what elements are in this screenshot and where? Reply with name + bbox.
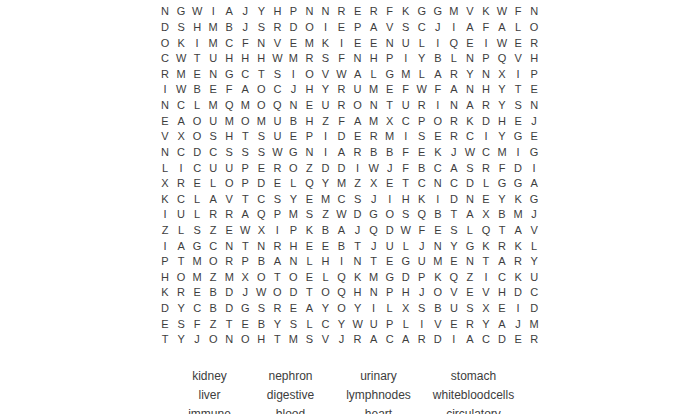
grid-cell[interactable]: E	[189, 66, 205, 82]
grid-cell[interactable]: M	[382, 128, 398, 144]
grid-cell[interactable]: I	[157, 82, 173, 98]
grid-cell[interactable]: G	[285, 144, 301, 160]
grid-cell[interactable]: K	[510, 238, 526, 254]
grid-cell[interactable]: T	[269, 331, 285, 347]
grid-cell[interactable]: N	[462, 253, 478, 269]
grid-cell[interactable]: P	[237, 253, 253, 269]
grid-cell[interactable]: I	[189, 35, 205, 51]
grid-cell[interactable]: Y	[446, 238, 462, 254]
grid-cell[interactable]: S	[414, 128, 430, 144]
grid-cell[interactable]: J	[526, 113, 542, 129]
grid-cell[interactable]: L	[173, 222, 189, 238]
grid-cell[interactable]: O	[301, 66, 317, 82]
grid-cell[interactable]: L	[398, 316, 414, 332]
grid-cell[interactable]: R	[173, 285, 189, 301]
grid-cell[interactable]: N	[221, 331, 237, 347]
grid-cell[interactable]: S	[285, 316, 301, 332]
grid-cell[interactable]: R	[334, 97, 350, 113]
grid-cell[interactable]: T	[237, 191, 253, 207]
grid-cell[interactable]: E	[414, 144, 430, 160]
grid-cell[interactable]: S	[189, 222, 205, 238]
grid-cell[interactable]: Y	[173, 331, 189, 347]
grid-cell[interactable]: M	[446, 4, 462, 20]
grid-cell[interactable]: V	[221, 191, 237, 207]
grid-cell[interactable]: O	[430, 113, 446, 129]
grid-cell[interactable]: F	[510, 4, 526, 20]
grid-cell[interactable]: H	[221, 128, 237, 144]
grid-cell[interactable]: O	[221, 175, 237, 191]
grid-cell[interactable]: Y	[526, 253, 542, 269]
grid-cell[interactable]: O	[253, 269, 269, 285]
grid-cell[interactable]: S	[301, 207, 317, 223]
grid-cell[interactable]: B	[430, 50, 446, 66]
grid-cell[interactable]: X	[478, 207, 494, 223]
grid-cell[interactable]: A	[350, 113, 366, 129]
grid-cell[interactable]: D	[446, 191, 462, 207]
grid-cell[interactable]: R	[366, 4, 382, 20]
grid-cell[interactable]: X	[398, 300, 414, 316]
grid-cell[interactable]: G	[510, 175, 526, 191]
grid-cell[interactable]: P	[382, 50, 398, 66]
grid-cell[interactable]: V	[157, 128, 173, 144]
grid-cell[interactable]: O	[237, 331, 253, 347]
grid-cell[interactable]: O	[253, 97, 269, 113]
grid-cell[interactable]: K	[430, 269, 446, 285]
grid-cell[interactable]: E	[382, 175, 398, 191]
grid-cell[interactable]: R	[478, 160, 494, 176]
grid-cell[interactable]: V	[382, 19, 398, 35]
grid-cell[interactable]: A	[446, 160, 462, 176]
grid-cell[interactable]: W	[494, 4, 510, 20]
grid-cell[interactable]: H	[253, 331, 269, 347]
grid-cell[interactable]: I	[285, 66, 301, 82]
grid-cell[interactable]: D	[221, 300, 237, 316]
grid-cell[interactable]: U	[221, 160, 237, 176]
grid-cell[interactable]: A	[462, 207, 478, 223]
grid-cell[interactable]: B	[430, 207, 446, 223]
grid-cell[interactable]: E	[382, 82, 398, 98]
grid-cell[interactable]: K	[414, 191, 430, 207]
grid-cell[interactable]: I	[510, 300, 526, 316]
grid-cell[interactable]: N	[526, 4, 542, 20]
grid-cell[interactable]: H	[398, 285, 414, 301]
grid-cell[interactable]: R	[478, 97, 494, 113]
grid-cell[interactable]: T	[478, 253, 494, 269]
grid-cell[interactable]: I	[510, 144, 526, 160]
grid-cell[interactable]: Y	[462, 66, 478, 82]
grid-cell[interactable]: U	[526, 269, 542, 285]
grid-cell[interactable]: H	[350, 285, 366, 301]
grid-cell[interactable]: I	[398, 128, 414, 144]
grid-cell[interactable]: C	[205, 238, 221, 254]
grid-cell[interactable]: I	[157, 238, 173, 254]
grid-cell[interactable]: S	[173, 19, 189, 35]
grid-cell[interactable]: O	[269, 285, 285, 301]
grid-cell[interactable]: T	[253, 66, 269, 82]
grid-cell[interactable]: O	[382, 207, 398, 223]
grid-cell[interactable]: Y	[317, 300, 333, 316]
grid-cell[interactable]: I	[478, 269, 494, 285]
grid-cell[interactable]: H	[494, 113, 510, 129]
grid-cell[interactable]: G	[366, 207, 382, 223]
grid-cell[interactable]: T	[510, 82, 526, 98]
grid-cell[interactable]: M	[494, 144, 510, 160]
grid-cell[interactable]: H	[317, 253, 333, 269]
grid-cell[interactable]: E	[189, 285, 205, 301]
grid-cell[interactable]: P	[285, 4, 301, 20]
grid-cell[interactable]: U	[269, 113, 285, 129]
grid-cell[interactable]: B	[205, 300, 221, 316]
grid-cell[interactable]: A	[494, 253, 510, 269]
grid-cell[interactable]: D	[253, 175, 269, 191]
grid-cell[interactable]: P	[237, 160, 253, 176]
grid-cell[interactable]: S	[173, 316, 189, 332]
grid-cell[interactable]: Y	[269, 316, 285, 332]
grid-cell[interactable]: O	[334, 300, 350, 316]
grid-cell[interactable]: G	[189, 238, 205, 254]
grid-cell[interactable]: I	[205, 4, 221, 20]
grid-cell[interactable]: E	[269, 175, 285, 191]
grid-cell[interactable]: E	[382, 253, 398, 269]
grid-cell[interactable]: N	[446, 97, 462, 113]
grid-cell[interactable]: U	[350, 82, 366, 98]
grid-cell[interactable]: W	[237, 222, 253, 238]
grid-cell[interactable]: O	[189, 113, 205, 129]
grid-cell[interactable]: U	[205, 50, 221, 66]
grid-cell[interactable]: P	[157, 253, 173, 269]
grid-cell[interactable]: J	[237, 4, 253, 20]
grid-cell[interactable]: K	[157, 191, 173, 207]
grid-cell[interactable]: L	[301, 316, 317, 332]
grid-cell[interactable]: N	[253, 35, 269, 51]
grid-cell[interactable]: W	[494, 35, 510, 51]
grid-cell[interactable]: M	[189, 253, 205, 269]
grid-cell[interactable]: C	[221, 35, 237, 51]
grid-cell[interactable]: F	[334, 50, 350, 66]
grid-cell[interactable]: M	[221, 269, 237, 285]
grid-cell[interactable]: E	[301, 191, 317, 207]
grid-cell[interactable]: A	[173, 238, 189, 254]
grid-cell[interactable]: Q	[446, 269, 462, 285]
grid-cell[interactable]: A	[269, 253, 285, 269]
grid-cell[interactable]: W	[269, 50, 285, 66]
grid-cell[interactable]: C	[478, 144, 494, 160]
grid-cell[interactable]: Y	[350, 300, 366, 316]
grid-cell[interactable]: M	[526, 316, 542, 332]
grid-cell[interactable]: V	[430, 316, 446, 332]
grid-cell[interactable]: K	[430, 144, 446, 160]
grid-cell[interactable]: O	[285, 160, 301, 176]
grid-cell[interactable]: E	[462, 285, 478, 301]
grid-cell[interactable]: I	[350, 160, 366, 176]
grid-cell[interactable]: F	[221, 82, 237, 98]
grid-cell[interactable]: U	[205, 113, 221, 129]
grid-cell[interactable]: G	[494, 175, 510, 191]
grid-cell[interactable]: W	[269, 144, 285, 160]
grid-cell[interactable]: C	[269, 82, 285, 98]
grid-cell[interactable]: R	[526, 331, 542, 347]
grid-cell[interactable]: Q	[366, 222, 382, 238]
grid-cell[interactable]: I	[334, 253, 350, 269]
grid-cell[interactable]: L	[301, 253, 317, 269]
grid-cell[interactable]: G	[510, 128, 526, 144]
grid-cell[interactable]: A	[221, 4, 237, 20]
grid-cell[interactable]: I	[478, 35, 494, 51]
grid-cell[interactable]: J	[350, 222, 366, 238]
grid-cell[interactable]: J	[414, 238, 430, 254]
grid-cell[interactable]: K	[398, 4, 414, 20]
grid-cell[interactable]: E	[253, 160, 269, 176]
grid-cell[interactable]: P	[414, 269, 430, 285]
grid-cell[interactable]: P	[285, 222, 301, 238]
grid-cell[interactable]: A	[334, 222, 350, 238]
grid-cell[interactable]: J	[334, 331, 350, 347]
grid-cell[interactable]: D	[285, 285, 301, 301]
grid-cell[interactable]: X	[237, 269, 253, 285]
grid-cell[interactable]: A	[334, 144, 350, 160]
grid-cell[interactable]: D	[478, 113, 494, 129]
grid-cell[interactable]: B	[285, 113, 301, 129]
grid-cell[interactable]: V	[462, 4, 478, 20]
grid-cell[interactable]: N	[205, 66, 221, 82]
grid-cell[interactable]: I	[414, 316, 430, 332]
grid-cell[interactable]: A	[446, 82, 462, 98]
grid-cell[interactable]: I	[317, 144, 333, 160]
grid-cell[interactable]: B	[334, 238, 350, 254]
grid-cell[interactable]: T	[366, 253, 382, 269]
grid-cell[interactable]: T	[301, 285, 317, 301]
grid-cell[interactable]: D	[398, 269, 414, 285]
grid-cell[interactable]: E	[526, 128, 542, 144]
grid-cell[interactable]: W	[462, 144, 478, 160]
grid-cell[interactable]: N	[285, 253, 301, 269]
grid-cell[interactable]: G	[221, 66, 237, 82]
grid-cell[interactable]: N	[462, 82, 478, 98]
grid-cell[interactable]: S	[221, 144, 237, 160]
grid-cell[interactable]: C	[462, 128, 478, 144]
grid-cell[interactable]: H	[526, 50, 542, 66]
grid-cell[interactable]: N	[221, 238, 237, 254]
grid-cell[interactable]: H	[494, 285, 510, 301]
grid-cell[interactable]: V	[526, 222, 542, 238]
grid-cell[interactable]: W	[398, 222, 414, 238]
grid-cell[interactable]: R	[446, 66, 462, 82]
grid-cell[interactable]: A	[237, 207, 253, 223]
grid-cell[interactable]: O	[173, 269, 189, 285]
grid-cell[interactable]: D	[350, 207, 366, 223]
grid-cell[interactable]: C	[173, 144, 189, 160]
grid-cell[interactable]: D	[334, 128, 350, 144]
grid-cell[interactable]: Z	[301, 160, 317, 176]
grid-cell[interactable]: C	[189, 300, 205, 316]
grid-cell[interactable]: W	[414, 82, 430, 98]
grid-cell[interactable]: M	[366, 269, 382, 285]
grid-cell[interactable]: O	[253, 82, 269, 98]
grid-cell[interactable]: D	[430, 331, 446, 347]
grid-cell[interactable]: R	[414, 97, 430, 113]
grid-cell[interactable]: R	[350, 331, 366, 347]
grid-cell[interactable]: I	[382, 191, 398, 207]
grid-cell[interactable]: Y	[478, 316, 494, 332]
grid-cell[interactable]: U	[382, 238, 398, 254]
grid-cell[interactable]: P	[414, 113, 430, 129]
grid-cell[interactable]: M	[398, 66, 414, 82]
grid-cell[interactable]: S	[253, 128, 269, 144]
grid-cell[interactable]: I	[366, 300, 382, 316]
grid-cell[interactable]: E	[221, 222, 237, 238]
grid-cell[interactable]: O	[237, 113, 253, 129]
grid-cell[interactable]: E	[285, 300, 301, 316]
grid-cell[interactable]: R	[494, 238, 510, 254]
grid-cell[interactable]: W	[189, 4, 205, 20]
grid-cell[interactable]: D	[462, 175, 478, 191]
grid-cell[interactable]: N	[430, 175, 446, 191]
grid-cell[interactable]: J	[366, 238, 382, 254]
grid-cell[interactable]: G	[526, 144, 542, 160]
grid-cell[interactable]: T	[398, 175, 414, 191]
grid-cell[interactable]: G	[526, 191, 542, 207]
grid-cell[interactable]: B	[189, 82, 205, 98]
grid-cell[interactable]: U	[414, 253, 430, 269]
grid-cell[interactable]: C	[173, 97, 189, 113]
grid-cell[interactable]: T	[173, 253, 189, 269]
grid-cell[interactable]: J	[382, 160, 398, 176]
grid-cell[interactable]: E	[350, 128, 366, 144]
grid-cell[interactable]: E	[510, 331, 526, 347]
grid-cell[interactable]: F	[430, 82, 446, 98]
grid-cell[interactable]: R	[269, 238, 285, 254]
grid-cell[interactable]: X	[494, 66, 510, 82]
grid-cell[interactable]: O	[189, 128, 205, 144]
grid-cell[interactable]: C	[173, 191, 189, 207]
grid-cell[interactable]: Y	[414, 50, 430, 66]
grid-cell[interactable]: N	[462, 191, 478, 207]
grid-cell[interactable]: M	[237, 97, 253, 113]
grid-cell[interactable]: E	[430, 222, 446, 238]
grid-cell[interactable]: N	[253, 238, 269, 254]
grid-cell[interactable]: G	[430, 4, 446, 20]
grid-cell[interactable]: C	[237, 66, 253, 82]
grid-cell[interactable]: B	[317, 222, 333, 238]
grid-cell[interactable]: N	[157, 97, 173, 113]
grid-cell[interactable]: C	[430, 160, 446, 176]
grid-cell[interactable]: E	[301, 238, 317, 254]
grid-cell[interactable]: S	[398, 207, 414, 223]
grid-cell[interactable]: M	[205, 97, 221, 113]
grid-cell[interactable]: C	[189, 160, 205, 176]
grid-cell[interactable]: E	[301, 269, 317, 285]
grid-cell[interactable]: M	[173, 66, 189, 82]
grid-cell[interactable]: E	[157, 113, 173, 129]
grid-cell[interactable]: S	[462, 160, 478, 176]
grid-cell[interactable]: Q	[334, 269, 350, 285]
grid-cell[interactable]: Y	[173, 300, 189, 316]
grid-cell[interactable]: Z	[317, 207, 333, 223]
grid-cell[interactable]: V	[446, 285, 462, 301]
grid-cell[interactable]: Y	[317, 82, 333, 98]
grid-cell[interactable]: I	[317, 19, 333, 35]
grid-cell[interactable]: O	[205, 253, 221, 269]
grid-cell[interactable]: R	[221, 253, 237, 269]
grid-cell[interactable]: R	[334, 4, 350, 20]
grid-cell[interactable]: C	[446, 175, 462, 191]
grid-cell[interactable]: H	[237, 50, 253, 66]
grid-cell[interactable]: I	[173, 160, 189, 176]
grid-cell[interactable]: Q	[221, 97, 237, 113]
grid-cell[interactable]: T	[269, 269, 285, 285]
grid-cell[interactable]: N	[285, 97, 301, 113]
grid-cell[interactable]: T	[446, 207, 462, 223]
grid-cell[interactable]: E	[237, 316, 253, 332]
grid-cell[interactable]: D	[510, 160, 526, 176]
grid-cell[interactable]: S	[414, 300, 430, 316]
grid-cell[interactable]: B	[221, 19, 237, 35]
grid-cell[interactable]: F	[398, 82, 414, 98]
grid-cell[interactable]: I	[478, 128, 494, 144]
grid-cell[interactable]: E	[446, 253, 462, 269]
grid-cell[interactable]: C	[414, 175, 430, 191]
grid-cell[interactable]: G	[382, 66, 398, 82]
grid-cell[interactable]: E	[285, 35, 301, 51]
grid-cell[interactable]: S	[462, 300, 478, 316]
grid-cell[interactable]: H	[478, 82, 494, 98]
grid-cell[interactable]: Y	[334, 316, 350, 332]
grid-cell[interactable]: A	[350, 66, 366, 82]
grid-cell[interactable]: H	[189, 19, 205, 35]
grid-cell[interactable]: C	[253, 191, 269, 207]
grid-cell[interactable]: P	[526, 66, 542, 82]
grid-cell[interactable]: J	[430, 19, 446, 35]
grid-cell[interactable]: M	[205, 19, 221, 35]
grid-cell[interactable]: A	[301, 300, 317, 316]
grid-cell[interactable]: U	[446, 300, 462, 316]
grid-cell[interactable]: E	[301, 97, 317, 113]
grid-cell[interactable]: E	[430, 128, 446, 144]
grid-cell[interactable]: F	[398, 160, 414, 176]
grid-cell[interactable]: F	[494, 160, 510, 176]
grid-cell[interactable]: V	[269, 35, 285, 51]
grid-cell[interactable]: H	[269, 4, 285, 20]
grid-cell[interactable]: I	[334, 35, 350, 51]
grid-cell[interactable]: X	[157, 175, 173, 191]
grid-cell[interactable]: J	[237, 285, 253, 301]
grid-cell[interactable]: R	[462, 316, 478, 332]
grid-cell[interactable]: R	[366, 128, 382, 144]
grid-cell[interactable]: N	[301, 4, 317, 20]
grid-cell[interactable]: G	[173, 4, 189, 20]
grid-cell[interactable]: K	[478, 238, 494, 254]
grid-cell[interactable]: X	[478, 300, 494, 316]
grid-cell[interactable]: T	[350, 238, 366, 254]
grid-cell[interactable]: L	[366, 66, 382, 82]
grid-cell[interactable]: N	[430, 238, 446, 254]
grid-cell[interactable]: N	[157, 4, 173, 20]
grid-cell[interactable]: E	[462, 35, 478, 51]
grid-cell[interactable]: S	[253, 300, 269, 316]
grid-cell[interactable]: Z	[462, 269, 478, 285]
grid-cell[interactable]: G	[382, 269, 398, 285]
grid-cell[interactable]: E	[366, 35, 382, 51]
grid-cell[interactable]: J	[510, 316, 526, 332]
grid-cell[interactable]: E	[317, 238, 333, 254]
grid-cell[interactable]: I	[526, 160, 542, 176]
grid-cell[interactable]: S	[350, 191, 366, 207]
grid-cell[interactable]: I	[398, 50, 414, 66]
grid-cell[interactable]: I	[446, 19, 462, 35]
grid-cell[interactable]: T	[157, 331, 173, 347]
grid-cell[interactable]: V	[317, 331, 333, 347]
grid-cell[interactable]: S	[446, 222, 462, 238]
